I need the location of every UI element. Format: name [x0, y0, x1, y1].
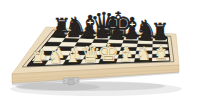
- chess-set-product-photo: Opened light-wood folding chess set with…: [0, 0, 200, 108]
- chess-pieces: ♜♞♝♛♚♝♞♜♟♟♟♟♟♟♟♟♟♟♟♟♟♟♟♟♜♞♝♛♚♝♞♜: [31, 5, 170, 68]
- piece-white-rook-a1: ♜: [31, 49, 45, 67]
- piece-white-rook-h1: ♜: [154, 46, 168, 64]
- piece-white-knight-b1: ♞: [47, 47, 63, 67]
- piece-white-bishop-f1: ♝: [117, 43, 134, 65]
- piece-black-pawn-h7: ♟: [152, 23, 168, 44]
- scene-svg: Opened light-wood folding chess set with…: [0, 0, 200, 108]
- piece-white-king-e1: ♚: [97, 38, 119, 67]
- piece-white-knight-g1: ♞: [136, 44, 152, 64]
- piece-white-bishop-c1: ♝: [64, 44, 81, 66]
